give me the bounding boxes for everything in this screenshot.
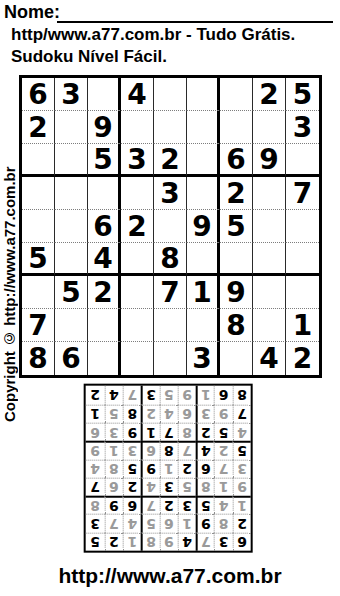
puzzle-cell-r5c6: 9 xyxy=(187,210,220,243)
puzzle-cell-r2c9: 3 xyxy=(286,111,319,144)
sudoku-worksheet-page: Nome: http/www.a77.com.br - Tudo Grátis.… xyxy=(0,0,340,596)
solution-cell-r4c3: 8 xyxy=(196,477,214,495)
solution-cell-r4c1: 9 xyxy=(232,477,250,495)
solution-cell-r2c5: 6 xyxy=(159,514,177,532)
solution-cell-r9c3: 1 xyxy=(196,386,214,404)
solution-cell-r4c9: 7 xyxy=(86,477,104,495)
solution-cell-r4c6: 4 xyxy=(141,477,159,495)
solution-cell-r7c9: 6 xyxy=(86,423,104,441)
puzzle-cell-r1c3[interactable] xyxy=(88,78,121,111)
puzzle-cell-r8c8[interactable] xyxy=(253,309,286,342)
solution-cell-r2c1: 2 xyxy=(232,514,250,532)
puzzle-cell-r5c8[interactable] xyxy=(253,210,286,243)
solution-cell-r8c2: 9 xyxy=(214,404,232,422)
solution-cell-r7c8: 3 xyxy=(104,423,122,441)
puzzle-cell-r3c4: 3 xyxy=(121,144,154,177)
solution-cell-r5c3: 6 xyxy=(196,459,214,477)
solution-cell-r2c2: 8 xyxy=(214,514,232,532)
puzzle-cell-r8c7: 8 xyxy=(220,309,253,342)
puzzle-cell-r4c4[interactable] xyxy=(121,177,154,210)
puzzle-cell-r7c8[interactable] xyxy=(253,276,286,309)
puzzle-cell-r8c1: 7 xyxy=(22,309,55,342)
puzzle-cell-r3c8: 9 xyxy=(253,144,286,177)
puzzle-cell-r9c3[interactable] xyxy=(88,342,121,375)
puzzle-cell-r6c6[interactable] xyxy=(187,243,220,276)
puzzle-cell-r8c3[interactable] xyxy=(88,309,121,342)
solution-cell-r3c5: 2 xyxy=(159,496,177,514)
solution-cell-r6c6: 6 xyxy=(141,441,159,459)
puzzle-cell-r2c1: 2 xyxy=(22,111,55,144)
solution-cell-r7c7: 9 xyxy=(123,423,141,441)
puzzle-cell-r9c2: 6 xyxy=(55,342,88,375)
puzzle-cell-r7c4[interactable] xyxy=(121,276,154,309)
solution-cell-r1c2: 3 xyxy=(214,532,232,550)
solution-cell-r5c6: 9 xyxy=(141,459,159,477)
puzzle-cell-r3c1[interactable] xyxy=(22,144,55,177)
puzzle-cell-r7c9[interactable] xyxy=(286,276,319,309)
solution-cell-r6c7: 3 xyxy=(123,441,141,459)
puzzle-cell-r7c2: 5 xyxy=(55,276,88,309)
solution-cell-r9c6: 3 xyxy=(141,386,159,404)
puzzle-cell-r8c5[interactable] xyxy=(154,309,187,342)
puzzle-cell-r6c4[interactable] xyxy=(121,243,154,276)
solution-cell-r6c3: 4 xyxy=(196,441,214,459)
puzzle-cell-r1c1: 6 xyxy=(22,78,55,111)
solution-cell-r3c9: 8 xyxy=(86,496,104,514)
solution-cell-r1c6: 8 xyxy=(141,532,159,550)
puzzle-cell-r2c5[interactable] xyxy=(154,111,187,144)
solution-cell-r3c3: 5 xyxy=(196,496,214,514)
puzzle-cell-r5c5[interactable] xyxy=(154,210,187,243)
puzzle-cell-r4c2[interactable] xyxy=(55,177,88,210)
solution-cell-r3c2: 4 xyxy=(214,496,232,514)
puzzle-level-title: Sudoku Nível Fácil. xyxy=(11,47,167,67)
solution-cell-r3c4: 3 xyxy=(177,496,195,514)
name-fill-line[interactable] xyxy=(57,0,333,23)
solution-cell-r8c7: 8 xyxy=(123,404,141,422)
solution-cell-r9c1: 8 xyxy=(232,386,250,404)
solution-cell-r3c6: 7 xyxy=(141,496,159,514)
solution-cell-r8c5: 4 xyxy=(159,404,177,422)
solution-cell-r1c5: 9 xyxy=(159,532,177,550)
solution-cell-r1c4: 4 xyxy=(177,532,195,550)
puzzle-cell-r4c3[interactable] xyxy=(88,177,121,210)
puzzle-cell-r3c9[interactable] xyxy=(286,144,319,177)
puzzle-cell-r3c5: 2 xyxy=(154,144,187,177)
solution-cell-r3c1: 1 xyxy=(232,496,250,514)
puzzle-cell-r7c7: 9 xyxy=(220,276,253,309)
puzzle-cell-r9c7[interactable] xyxy=(220,342,253,375)
puzzle-cell-r9c4[interactable] xyxy=(121,342,154,375)
puzzle-cell-r4c5: 3 xyxy=(154,177,187,210)
solution-cell-r4c7: 2 xyxy=(123,477,141,495)
puzzle-cell-r4c9: 7 xyxy=(286,177,319,210)
puzzle-cell-r6c3: 4 xyxy=(88,243,121,276)
puzzle-cell-r1c2: 3 xyxy=(55,78,88,111)
solution-cell-r1c9: 5 xyxy=(86,532,104,550)
puzzle-cell-r9c6: 3 xyxy=(187,342,220,375)
solution-cell-r7c4: 8 xyxy=(177,423,195,441)
puzzle-cell-r9c9: 2 xyxy=(286,342,319,375)
puzzle-cell-r7c5: 7 xyxy=(154,276,187,309)
puzzle-cell-r3c2[interactable] xyxy=(55,144,88,177)
puzzle-cell-r3c3: 5 xyxy=(88,144,121,177)
puzzle-cell-r5c2[interactable] xyxy=(55,210,88,243)
puzzle-cell-r9c1: 8 xyxy=(22,342,55,375)
site-title: http/www.a77.com.br - Tudo Grátis. xyxy=(11,25,295,45)
solution-cell-r5c2: 7 xyxy=(214,459,232,477)
puzzle-cell-r4c8[interactable] xyxy=(253,177,286,210)
puzzle-cell-r8c4[interactable] xyxy=(121,309,154,342)
puzzle-cell-r6c2[interactable] xyxy=(55,243,88,276)
solution-cell-r7c5: 7 xyxy=(159,423,177,441)
solution-cell-r1c7: 1 xyxy=(123,532,141,550)
solution-cell-r8c9: 1 xyxy=(86,404,104,422)
puzzle-cell-r1c8: 2 xyxy=(253,78,286,111)
puzzle-cell-r7c1[interactable] xyxy=(22,276,55,309)
solution-cell-r2c9: 3 xyxy=(86,514,104,532)
solution-cell-r1c8: 2 xyxy=(104,532,122,550)
solution-cell-r7c6: 1 xyxy=(141,423,159,441)
solution-cell-r4c2: 1 xyxy=(214,477,232,495)
puzzle-cell-r2c8[interactable] xyxy=(253,111,286,144)
puzzle-cell-r3c6[interactable] xyxy=(187,144,220,177)
solution-cell-r8c3: 3 xyxy=(196,404,214,422)
puzzle-cell-r5c7: 5 xyxy=(220,210,253,243)
solution-cell-r2c6: 5 xyxy=(141,514,159,532)
solution-cell-r4c5: 3 xyxy=(159,477,177,495)
puzzle-cell-r2c7[interactable] xyxy=(220,111,253,144)
puzzle-cell-r8c9: 1 xyxy=(286,309,319,342)
puzzle-cell-r4c1[interactable] xyxy=(22,177,55,210)
solution-cell-r5c8: 8 xyxy=(104,459,122,477)
solution-cell-r6c9: 9 xyxy=(86,441,104,459)
solution-cell-r4c4: 5 xyxy=(177,477,195,495)
solution-cell-r5c9: 4 xyxy=(86,459,104,477)
puzzle-cell-r7c3: 2 xyxy=(88,276,121,309)
puzzle-cell-r2c3: 9 xyxy=(88,111,121,144)
solution-cell-r5c4: 2 xyxy=(177,459,195,477)
puzzle-cell-r6c8[interactable] xyxy=(253,243,286,276)
solution-cell-r8c8: 5 xyxy=(104,404,122,422)
puzzle-cell-r5c3: 6 xyxy=(88,210,121,243)
solution-cell-r7c1: 4 xyxy=(232,423,250,441)
copyright-vertical-text: Copyright © http://www.a77.com.br xyxy=(0,80,19,422)
solution-cell-r5c5: 1 xyxy=(159,459,177,477)
sudoku-puzzle-grid: 634252935326932762955485271978186342 xyxy=(19,75,322,378)
solution-cell-r9c8: 4 xyxy=(104,386,122,404)
solution-cell-r3c8: 9 xyxy=(104,496,122,514)
puzzle-cell-r9c8: 4 xyxy=(253,342,286,375)
solution-cell-r7c2: 5 xyxy=(214,423,232,441)
solution-cell-r3c7: 6 xyxy=(123,496,141,514)
puzzle-cell-r7c6: 1 xyxy=(187,276,220,309)
solution-cell-r9c2: 6 xyxy=(214,386,232,404)
solution-cell-r9c4: 9 xyxy=(177,386,195,404)
puzzle-cell-r2c6[interactable] xyxy=(187,111,220,144)
puzzle-cell-r1c4: 4 xyxy=(121,78,154,111)
solution-cell-r8c4: 6 xyxy=(177,404,195,422)
puzzle-cell-r5c4: 2 xyxy=(121,210,154,243)
puzzle-cell-r4c6[interactable] xyxy=(187,177,220,210)
solution-cell-r1c3: 7 xyxy=(196,532,214,550)
solution-cell-r2c4: 1 xyxy=(177,514,195,532)
solution-cell-r2c3: 9 xyxy=(196,514,214,532)
solution-cell-r9c5: 5 xyxy=(159,386,177,404)
solution-cell-r4c8: 6 xyxy=(104,477,122,495)
puzzle-cell-r6c9[interactable] xyxy=(286,243,319,276)
puzzle-cell-r1c9: 5 xyxy=(286,78,319,111)
puzzle-cell-r5c9[interactable] xyxy=(286,210,319,243)
solution-cell-r6c1: 5 xyxy=(232,441,250,459)
solution-cell-r1c1: 6 xyxy=(232,532,250,550)
puzzle-cell-r6c5: 8 xyxy=(154,243,187,276)
puzzle-cell-r1c6[interactable] xyxy=(187,78,220,111)
solution-cell-r8c1: 7 xyxy=(232,404,250,422)
puzzle-cell-r1c7[interactable] xyxy=(220,78,253,111)
puzzle-cell-r3c7: 6 xyxy=(220,144,253,177)
solution-cell-r6c8: 1 xyxy=(104,441,122,459)
solution-cell-r6c2: 2 xyxy=(214,441,232,459)
solution-cell-r5c1: 3 xyxy=(232,459,250,477)
puzzle-cell-r2c2[interactable] xyxy=(55,111,88,144)
solution-cell-r7c3: 2 xyxy=(196,423,214,441)
puzzle-cell-r6c1: 5 xyxy=(22,243,55,276)
solution-cell-r5c7: 5 xyxy=(123,459,141,477)
puzzle-cell-r5c1[interactable] xyxy=(22,210,55,243)
solution-cell-r9c7: 7 xyxy=(123,386,141,404)
solution-cell-r8c6: 2 xyxy=(141,404,159,422)
footer-url: http://www.a77.com.br xyxy=(0,564,340,588)
solution-cell-r2c7: 4 xyxy=(123,514,141,532)
puzzle-cell-r1c5[interactable] xyxy=(154,78,187,111)
solution-cell-r9c9: 2 xyxy=(86,386,104,404)
puzzle-cell-r4c7: 2 xyxy=(220,177,253,210)
sudoku-solution-grid-rotated: 6374981252891654731453276989185342673762… xyxy=(84,384,253,553)
solution-cell-r6c4: 7 xyxy=(177,441,195,459)
puzzle-cell-r6c7[interactable] xyxy=(220,243,253,276)
name-label: Nome: xyxy=(4,2,60,23)
puzzle-cell-r8c6[interactable] xyxy=(187,309,220,342)
solution-cell-r6c5: 8 xyxy=(159,441,177,459)
solution-cell-r2c8: 7 xyxy=(104,514,122,532)
puzzle-cell-r8c2[interactable] xyxy=(55,309,88,342)
puzzle-cell-r2c4[interactable] xyxy=(121,111,154,144)
puzzle-cell-r9c5[interactable] xyxy=(154,342,187,375)
